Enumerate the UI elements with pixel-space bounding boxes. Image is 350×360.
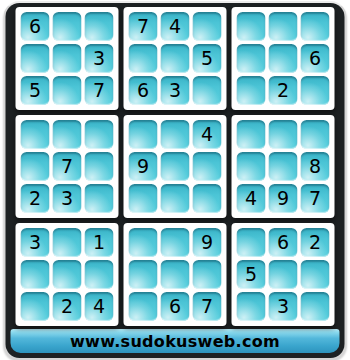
- cell-r3c3[interactable]: 7: [85, 76, 114, 105]
- cell-r1c5[interactable]: 4: [161, 12, 190, 41]
- block-1-2: 74563: [124, 7, 227, 110]
- cell-r8c6[interactable]: [193, 260, 222, 289]
- cell-r6c9[interactable]: 7: [301, 184, 330, 213]
- cell-r2c5[interactable]: [161, 44, 190, 73]
- cell-r6c1[interactable]: 2: [21, 184, 50, 213]
- cell-r4c1[interactable]: [21, 120, 50, 149]
- block-2-1: 723: [16, 115, 119, 218]
- cell-r7c9[interactable]: 2: [301, 228, 330, 257]
- cell-r3c5[interactable]: 3: [161, 76, 190, 105]
- cell-r6c2[interactable]: 3: [53, 184, 82, 213]
- cell-r8c5[interactable]: [161, 260, 190, 289]
- cell-r9c1[interactable]: [21, 292, 50, 321]
- cell-r8c4[interactable]: [129, 260, 158, 289]
- sudoku-page: 6357745636272349849731249676253 www.sudo…: [0, 0, 350, 360]
- block-2-2: 49: [124, 115, 227, 218]
- cell-r7c3[interactable]: 1: [85, 228, 114, 257]
- cell-r8c8[interactable]: [269, 260, 298, 289]
- cell-r5c2[interactable]: 7: [53, 152, 82, 181]
- cell-r1c3[interactable]: [85, 12, 114, 41]
- cell-r7c6[interactable]: 9: [193, 228, 222, 257]
- cell-r2c6[interactable]: 5: [193, 44, 222, 73]
- cell-r9c2[interactable]: 2: [53, 292, 82, 321]
- cell-r1c2[interactable]: [53, 12, 82, 41]
- cell-r5c9[interactable]: 8: [301, 152, 330, 181]
- cell-r2c3[interactable]: 3: [85, 44, 114, 73]
- cell-r3c7[interactable]: [237, 76, 266, 105]
- cell-r9c8[interactable]: 3: [269, 292, 298, 321]
- cell-r3c1[interactable]: 5: [21, 76, 50, 105]
- cell-r1c7[interactable]: [237, 12, 266, 41]
- block-1-3: 62: [232, 7, 335, 110]
- cell-r3c8[interactable]: 2: [269, 76, 298, 105]
- cell-r2c7[interactable]: [237, 44, 266, 73]
- cell-r1c4[interactable]: 7: [129, 12, 158, 41]
- cell-r6c3[interactable]: [85, 184, 114, 213]
- cell-r7c2[interactable]: [53, 228, 82, 257]
- sudoku-board-frame: 6357745636272349849731249676253 www.sudo…: [4, 1, 347, 360]
- cell-r6c6[interactable]: [193, 184, 222, 213]
- cell-r4c5[interactable]: [161, 120, 190, 149]
- block-1-1: 6357: [16, 7, 119, 110]
- cell-r8c7[interactable]: 5: [237, 260, 266, 289]
- cell-r7c7[interactable]: [237, 228, 266, 257]
- footer-bar: www.sudokusweb.com: [11, 329, 340, 353]
- cell-r4c9[interactable]: [301, 120, 330, 149]
- cell-r7c4[interactable]: [129, 228, 158, 257]
- cell-r2c1[interactable]: [21, 44, 50, 73]
- cell-r5c5[interactable]: [161, 152, 190, 181]
- block-2-3: 8497: [232, 115, 335, 218]
- cell-r5c1[interactable]: [21, 152, 50, 181]
- cell-r6c7[interactable]: 4: [237, 184, 266, 213]
- cell-r9c7[interactable]: [237, 292, 266, 321]
- block-3-3: 6253: [232, 223, 335, 326]
- cell-r8c3[interactable]: [85, 260, 114, 289]
- cell-r9c9[interactable]: [301, 292, 330, 321]
- cell-r7c1[interactable]: 3: [21, 228, 50, 257]
- cell-r5c8[interactable]: [269, 152, 298, 181]
- cell-r5c3[interactable]: [85, 152, 114, 181]
- cell-r9c3[interactable]: 4: [85, 292, 114, 321]
- cell-r2c4[interactable]: [129, 44, 158, 73]
- cell-r8c1[interactable]: [21, 260, 50, 289]
- cell-r4c6[interactable]: 4: [193, 120, 222, 149]
- cell-r4c8[interactable]: [269, 120, 298, 149]
- cell-r1c9[interactable]: [301, 12, 330, 41]
- cell-r5c4[interactable]: 9: [129, 152, 158, 181]
- cell-r4c2[interactable]: [53, 120, 82, 149]
- block-3-2: 967: [124, 223, 227, 326]
- cell-r9c4[interactable]: [129, 292, 158, 321]
- cell-r1c1[interactable]: 6: [21, 12, 50, 41]
- site-url: www.sudokusweb.com: [70, 332, 280, 351]
- cell-r5c7[interactable]: [237, 152, 266, 181]
- cell-r2c2[interactable]: [53, 44, 82, 73]
- cell-r8c9[interactable]: [301, 260, 330, 289]
- cell-r4c4[interactable]: [129, 120, 158, 149]
- cell-r2c8[interactable]: [269, 44, 298, 73]
- cell-r3c2[interactable]: [53, 76, 82, 105]
- cell-r7c8[interactable]: 6: [269, 228, 298, 257]
- cell-r3c9[interactable]: [301, 76, 330, 105]
- cell-r7c5[interactable]: [161, 228, 190, 257]
- cell-r3c6[interactable]: [193, 76, 222, 105]
- block-3-1: 3124: [16, 223, 119, 326]
- cell-r6c8[interactable]: 9: [269, 184, 298, 213]
- cell-r6c4[interactable]: [129, 184, 158, 213]
- cell-r3c4[interactable]: 6: [129, 76, 158, 105]
- sudoku-grid: 6357745636272349849731249676253: [16, 7, 335, 326]
- cell-r4c3[interactable]: [85, 120, 114, 149]
- cell-r2c9[interactable]: 6: [301, 44, 330, 73]
- cell-r1c6[interactable]: [193, 12, 222, 41]
- cell-r9c6[interactable]: 7: [193, 292, 222, 321]
- cell-r6c5[interactable]: [161, 184, 190, 213]
- cell-r9c5[interactable]: 6: [161, 292, 190, 321]
- cell-r1c8[interactable]: [269, 12, 298, 41]
- cell-r5c6[interactable]: [193, 152, 222, 181]
- cell-r4c7[interactable]: [237, 120, 266, 149]
- cell-r8c2[interactable]: [53, 260, 82, 289]
